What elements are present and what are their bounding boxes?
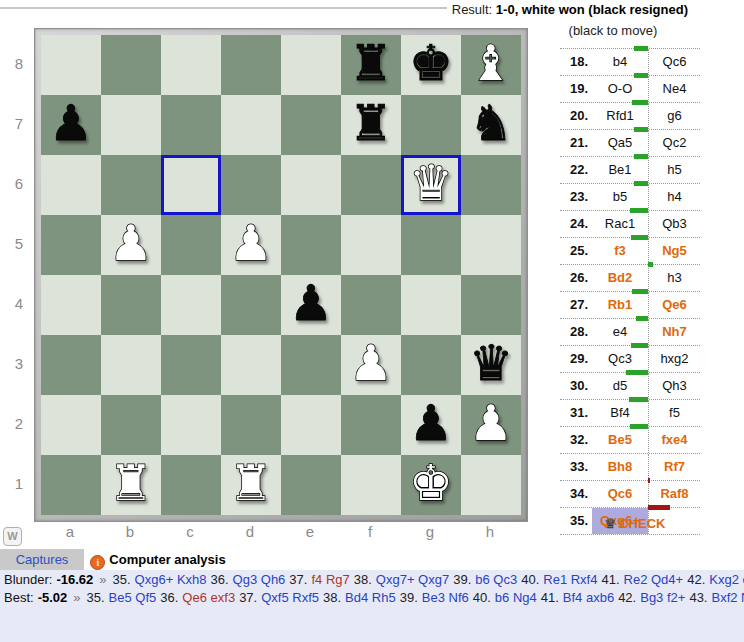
move-row-27: 27.Rb1Qe6 [560,292,700,319]
move-row-22: 22.Be1h5 [560,157,700,184]
square-a1 [41,455,101,515]
square-c7 [161,95,221,155]
square-h1 [461,455,521,515]
analysis-move-link[interactable]: Kxg2 e3 [709,572,744,587]
move-row-23: 23.b5h4 [560,184,700,211]
black-pawn-g2: ♟ [401,395,461,455]
square-d2 [221,395,281,455]
move-row-29: 29.Qc3hxg2 [560,346,700,373]
analysis-move-link[interactable]: Qxf5 Rxf5 [261,590,319,605]
move-white-31[interactable]: Bf4 [592,400,648,426]
move-row-partial [560,42,700,49]
eval-bar-green [631,343,648,348]
square-e5 [281,215,341,275]
square-g6: ♛ [401,155,461,215]
eval-bar-green [636,316,648,321]
move-list: 18.b4Qc619.O-ONe420.Rfd1g621.Qa5Qc222.Be… [560,42,700,535]
square-b4 [101,275,161,335]
check-indicator: ♛CHECK [560,516,710,531]
move-white-29[interactable]: Qc3 [592,346,648,372]
move-black-27[interactable]: Qe6 [648,292,700,318]
move-number: 22. [560,157,592,183]
tab-computer-analysis[interactable]: iComputer analysis [84,549,232,570]
eval-bar-green [632,100,648,105]
move-row-24: 24.Rac1Qb3 [560,211,700,238]
square-b7 [101,95,161,155]
move-black-30[interactable]: Qh3 [648,373,700,399]
file-labels: abcdefgh [40,522,520,542]
square-a4 [41,275,101,335]
move-black-20[interactable]: g6 [648,103,700,129]
square-f6 [341,155,401,215]
analysis-move-number: 41. [541,590,559,605]
white-pawn-b5: ♟ [101,215,161,275]
square-h8: ♝ [461,35,521,95]
square-h3: ♛ [461,335,521,395]
square-c1 [161,455,221,515]
file-label-e: e [280,522,340,542]
square-a2 [41,395,101,455]
analysis-move-link[interactable]: f4 Rg7 [311,572,349,587]
move-number: 26. [560,265,592,291]
move-white-19[interactable]: O-O [592,76,648,102]
analysis-move-number: 40. [473,590,491,605]
square-g2: ♟ [401,395,461,455]
black-pawn-e4: ♟ [281,275,341,335]
move-number: 33. [560,454,592,480]
analysis-move-link[interactable]: Qe6 exf3 [182,590,235,605]
eval-bar-green [634,154,648,159]
square-e2 [281,395,341,455]
move-black-33[interactable]: Rf7 [648,454,700,480]
move-row-34: 34.Qc6Raf8 [560,481,700,508]
analysis-move-number: 39. [453,572,471,587]
board: ♜♚♝♟♜♞♛♟♟♟♟♛♟♟♜♜♚ [41,35,521,515]
file-label-c: c [160,522,220,542]
move-black-23[interactable]: h4 [648,184,700,210]
analysis-move-number: 35. [87,590,105,605]
move-black-18[interactable]: Qc6 [648,49,700,75]
chevron-icon: » [71,590,82,605]
move-number: 32. [560,427,592,453]
square-e3 [281,335,341,395]
move-white-32[interactable]: Be5 [592,427,648,453]
analysis-move-link[interactable]: Qxg6+ Kxh8 [135,572,207,587]
analysis-move-link[interactable]: Re2 Qd4+ [624,572,684,587]
file-label-b: b [100,522,160,542]
black-knight-h7: ♞ [461,95,521,155]
move-black-24[interactable]: Qb3 [648,211,700,237]
move-number: 34. [560,481,592,507]
analysis-label: Blunder: [4,572,52,587]
square-f1 [341,455,401,515]
rank-label-6: 6 [8,154,30,214]
move-white-25[interactable]: f3 [592,238,648,264]
analysis-eval: -16.62 [56,572,93,587]
square-c8 [161,35,221,95]
move-white-21[interactable]: Qa5 [592,130,648,156]
analysis-label: Best: [4,590,34,605]
white-pawn-f3: ♟ [341,335,401,395]
crown-icon: ♛ [605,516,617,531]
square-a7: ♟ [41,95,101,155]
analysis-move-number: 36. [211,572,229,587]
move-number: 29. [560,346,592,372]
square-b3 [101,335,161,395]
square-d3 [221,335,281,395]
move-black-26[interactable]: h3 [648,265,700,291]
rank-label-2: 2 [8,394,30,454]
square-f7: ♜ [341,95,401,155]
analysis-move-number: 41. [601,572,619,587]
black-king-g8: ♚ [401,35,461,95]
analysis-move-link[interactable]: Bd4 Rh5 [345,590,396,605]
square-h7: ♞ [461,95,521,155]
square-b6 [101,155,161,215]
move-number: 31. [560,400,592,426]
move-row-33: 33.Bh8Rf7 [560,454,700,481]
move-black-21[interactable]: Qc2 [648,130,700,156]
black-rook-f8: ♜ [341,35,401,95]
square-c2 [161,395,221,455]
square-g4 [401,275,461,335]
move-row-30: 30.d5Qh3 [560,373,700,400]
rank-label-5: 5 [8,214,30,274]
square-e7 [281,95,341,155]
analysis-eval: -5.02 [38,590,68,605]
analysis-move-number: 39. [400,590,418,605]
move-white-30[interactable]: d5 [592,373,648,399]
move-row-19: 19.O-ONe4 [560,76,700,103]
square-b8 [101,35,161,95]
analysis-move-link[interactable]: Bxf2 Nxf2 [711,590,744,605]
analysis-move-number: 38. [354,572,372,587]
move-black-29[interactable]: hxg2 [648,346,700,372]
file-label-g: g [400,522,460,542]
move-black-22[interactable]: h5 [648,157,700,183]
move-number: 27. [560,292,592,318]
white-rook-d1: ♜ [221,455,281,515]
page: Result: 1-0, white won (black resigned) … [0,0,744,642]
move-number: 18. [560,49,592,75]
move-white-34[interactable]: Qc6 [592,481,648,507]
analysis-move-link[interactable]: b6 Qc3 [475,572,517,587]
square-d7 [221,95,281,155]
eval-bar-green [631,235,648,240]
move-number: 19. [560,76,592,102]
analysis-move-link[interactable]: Bf4 axb6 [563,590,614,605]
analysis-move-number: 38. [323,590,341,605]
square-b2 [101,395,161,455]
move-number: 23. [560,184,592,210]
analysis-move-link[interactable]: b6 Ng4 [495,590,537,605]
move-row-21: 21.Qa5Qc2 [560,130,700,157]
eval-bar-red [648,478,650,483]
result-line: Result: 1-0, white won (black resigned) [452,2,688,17]
move-black-28[interactable]: Nh7 [648,319,700,345]
square-e1 [281,455,341,515]
move-number: 24. [560,211,592,237]
square-f4 [341,275,401,335]
square-h2: ♟ [461,395,521,455]
move-white-23[interactable]: b5 [592,184,648,210]
black-queen-h3: ♛ [461,335,521,395]
square-b1: ♜ [101,455,161,515]
file-label-f: f [340,522,400,542]
square-e4: ♟ [281,275,341,335]
eval-bar-green [634,181,648,186]
white-pov-button[interactable]: W [3,527,22,546]
square-b5: ♟ [101,215,161,275]
analysis-move-link[interactable]: Be5 Qf5 [109,590,157,605]
rank-label-4: 4 [8,274,30,334]
analysis-move-link[interactable]: Qxg7+ Qxg7 [376,572,449,587]
rank-label-8: 8 [8,34,30,94]
square-a8 [41,35,101,95]
square-a3 [41,335,101,395]
move-black-25[interactable]: Ng5 [648,238,700,264]
square-d1: ♜ [221,455,281,515]
move-white-27[interactable]: Rb1 [592,292,648,318]
square-d6 [221,155,281,215]
white-bishop-h8: ♝ [461,35,521,95]
move-number: 25. [560,238,592,264]
analysis-move-link[interactable]: Be3 Nf6 [422,590,469,605]
square-c4 [161,275,221,335]
chevron-icon: » [97,572,108,587]
rank-labels: 87654321 [8,34,30,514]
move-white-28[interactable]: e4 [592,319,648,345]
move-white-18[interactable]: b4 [592,49,648,75]
rank-label-7: 7 [8,94,30,154]
result-label: Result: [452,2,492,17]
analysis-move-link[interactable]: Bg3 f2+ [640,590,685,605]
square-g5 [401,215,461,275]
square-c3 [161,335,221,395]
analysis-move-number: 42. [687,572,705,587]
move-white-24[interactable]: Rac1 [592,211,648,237]
result-value: 1-0, white won (black resigned) [496,2,688,17]
square-d8 [221,35,281,95]
rank-label-1: 1 [8,454,30,514]
square-g8: ♚ [401,35,461,95]
square-h4 [461,275,521,335]
move-white-26[interactable]: Bd2 [592,265,648,291]
square-a5 [41,215,101,275]
tab-analysis-label: Computer analysis [109,552,225,567]
move-row-26: 26.Bd2h3 [560,265,700,292]
analysis-line-blunder: Blunder:-16.62»35.Qxg6+ Kxh836.Qg3 Qh637… [0,570,744,588]
move-number: 20. [560,103,592,129]
move-row-32: 32.Be5fxe4 [560,427,700,454]
tab-bar: Captures iComputer analysis [0,549,744,570]
square-c5 [161,215,221,275]
eval-bar-green [634,127,648,132]
info-icon: i [90,555,105,570]
analysis-move-number: 37. [239,590,257,605]
square-c6 [161,155,221,215]
white-king-g1: ♚ [401,455,461,515]
move-white-33[interactable]: Bh8 [592,454,648,480]
eval-bar-green [630,208,648,213]
square-f3: ♟ [341,335,401,395]
move-row-25: 25.f3Ng5 [560,238,700,265]
move-row-18: 18.b4Qc6 [560,49,700,76]
move-row-31: 31.Bf4f5 [560,400,700,427]
analysis-move-number: 35. [113,572,131,587]
square-e6 [281,155,341,215]
move-number: 30. [560,373,592,399]
rank-label-3: 3 [8,334,30,394]
move-black-19[interactable]: Ne4 [648,76,700,102]
square-e8 [281,35,341,95]
move-black-31[interactable]: f5 [648,400,700,426]
analysis-move-number: 43. [689,590,707,605]
analysis-move-number: 40. [521,572,539,587]
white-rook-b1: ♜ [101,455,161,515]
square-f2 [341,395,401,455]
white-pawn-h2: ♟ [461,395,521,455]
board-frame: ♜♚♝♟♜♞♛♟♟♟♟♛♟♟♜♜♚ [34,28,528,522]
black-pawn-a7: ♟ [41,95,101,155]
move-black-34[interactable]: Raf8 [648,481,700,507]
white-pawn-d5: ♟ [221,215,281,275]
analysis-move-link[interactable]: Re1 Rxf4 [543,572,597,587]
top-divider [0,7,447,9]
move-number: 28. [560,319,592,345]
computer-analysis-panel: Blunder:-16.62»35.Qxg6+ Kxh836.Qg3 Qh637… [0,570,744,642]
square-h5 [461,215,521,275]
analysis-move-number: 36. [160,590,178,605]
analysis-line-best: Best:-5.02»35.Be5 Qf536.Qe6 exf337.Qxf5 … [0,588,744,606]
to-move-caption: (black to move) [548,23,678,38]
eval-bar-green [626,370,648,375]
move-row-28: 28.e4Nh7 [560,319,700,346]
analysis-move-number: 37. [289,572,307,587]
square-g3 [401,335,461,395]
analysis-move-link[interactable]: Qg3 Qh6 [233,572,286,587]
analysis-move-number: 42. [618,590,636,605]
eval-bar-red [648,505,670,510]
eval-bar-green [630,424,648,429]
square-d4 [221,275,281,335]
move-black-32[interactable]: fxe4 [648,427,700,453]
eval-bar-green [629,397,648,402]
eval-bar-green [648,262,653,267]
white-queen-g6: ♛ [401,155,461,215]
eval-bar-green [634,73,648,78]
tab-captures[interactable]: Captures [0,549,84,570]
move-number: 21. [560,130,592,156]
move-row-20: 20.Rfd1g6 [560,103,700,130]
file-label-a: a [40,522,100,542]
black-rook-f7: ♜ [341,95,401,155]
file-label-d: d [220,522,280,542]
square-g7 [401,95,461,155]
square-f5 [341,215,401,275]
move-white-20[interactable]: Rfd1 [592,103,648,129]
check-label: CHECK [619,516,665,531]
eval-bar-green [634,46,648,51]
file-label-h: h [460,522,520,542]
eval-bar-green [632,289,648,294]
square-d5: ♟ [221,215,281,275]
square-a6 [41,155,101,215]
square-f8: ♜ [341,35,401,95]
square-h6 [461,155,521,215]
move-white-22[interactable]: Be1 [592,157,648,183]
square-g1: ♚ [401,455,461,515]
